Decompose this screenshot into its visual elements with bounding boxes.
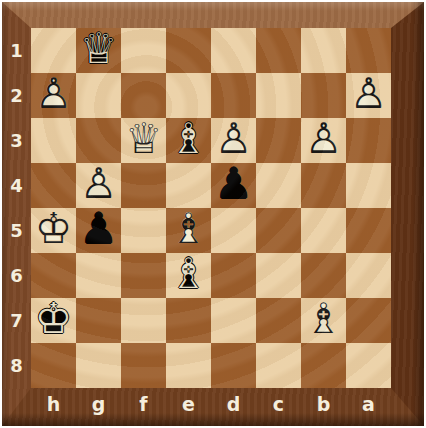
square-h1[interactable] xyxy=(31,28,76,73)
piece-white-bishop-e5[interactable]: ♝♗ xyxy=(166,208,211,253)
file-label-a: a xyxy=(346,391,391,417)
piece-glyph-solid: ♝ xyxy=(170,253,208,295)
piece-white-bishop-b7[interactable]: ♝♗ xyxy=(301,298,346,343)
square-c4[interactable] xyxy=(256,163,301,208)
piece-white-pawn-h2[interactable]: ♟♙ xyxy=(31,73,76,118)
square-g8[interactable] xyxy=(76,343,121,388)
piece-white-queen-f3[interactable]: ♛♕ xyxy=(121,118,166,163)
square-e7[interactable] xyxy=(166,298,211,343)
rank-label-5: 5 xyxy=(2,208,31,253)
piece-glyph-outline: ♗ xyxy=(170,208,208,250)
rank-label-2: 2 xyxy=(2,73,31,118)
piece-glyph-outline: ♔ xyxy=(35,298,73,340)
square-a1[interactable] xyxy=(346,28,391,73)
square-b8[interactable] xyxy=(301,343,346,388)
file-label-g: g xyxy=(76,391,121,417)
piece-black-pawn-g5[interactable]: ♟ xyxy=(76,208,121,253)
square-d6[interactable] xyxy=(211,253,256,298)
piece-glyph-outline: ♗ xyxy=(170,118,208,160)
square-b1[interactable] xyxy=(301,28,346,73)
square-f8[interactable] xyxy=(121,343,166,388)
board-frame-area: ♛♕♟♙♟♙♛♕♝♗♟♙♟♙♟♙♟♚♔♟♝♗♝♗♚♔♝♗ 12345678 hg… xyxy=(2,2,424,426)
piece-glyph-outline: ♔ xyxy=(35,208,73,250)
rank-label-7: 7 xyxy=(2,298,31,343)
square-h8[interactable] xyxy=(31,343,76,388)
piece-glyph-solid: ♟ xyxy=(80,208,118,250)
piece-glyph-outline: ♙ xyxy=(350,73,388,115)
piece-black-pawn-d4[interactable]: ♟ xyxy=(211,163,256,208)
piece-glyph-outline: ♙ xyxy=(35,73,73,115)
square-d1[interactable] xyxy=(211,28,256,73)
square-h5[interactable]: ♚♔ xyxy=(31,208,76,253)
square-c7[interactable] xyxy=(256,298,301,343)
square-d7[interactable] xyxy=(211,298,256,343)
square-b4[interactable] xyxy=(301,163,346,208)
square-a5[interactable] xyxy=(346,208,391,253)
square-e4[interactable] xyxy=(166,163,211,208)
square-g1[interactable]: ♛♕ xyxy=(76,28,121,73)
piece-white-pawn-g4[interactable]: ♟♙ xyxy=(76,163,121,208)
square-g3[interactable] xyxy=(76,118,121,163)
square-b7[interactable]: ♝♗ xyxy=(301,298,346,343)
piece-glyph-solid: ♛ xyxy=(125,118,163,160)
piece-glyph-solid: ♟ xyxy=(305,118,343,160)
square-c1[interactable] xyxy=(256,28,301,73)
square-a8[interactable] xyxy=(346,343,391,388)
square-a7[interactable] xyxy=(346,298,391,343)
board: ♛♕♟♙♟♙♛♕♝♗♟♙♟♙♟♙♟♚♔♟♝♗♝♗♚♔♝♗ xyxy=(31,28,391,388)
square-g6[interactable] xyxy=(76,253,121,298)
piece-glyph-outline: ♗ xyxy=(305,298,343,340)
piece-glyph-solid: ♚ xyxy=(35,208,73,250)
file-label-c: c xyxy=(256,391,301,417)
square-a6[interactable] xyxy=(346,253,391,298)
rank-label-6: 6 xyxy=(2,253,31,298)
piece-white-pawn-b3[interactable]: ♟♙ xyxy=(301,118,346,163)
rank-label-4: 4 xyxy=(2,163,31,208)
square-c8[interactable] xyxy=(256,343,301,388)
piece-glyph-solid: ♟ xyxy=(215,118,253,160)
square-a3[interactable] xyxy=(346,118,391,163)
piece-black-king-h7[interactable]: ♚♔ xyxy=(31,298,76,343)
square-f7[interactable] xyxy=(121,298,166,343)
piece-glyph-outline: ♗ xyxy=(170,253,208,295)
piece-black-bishop-e3[interactable]: ♝♗ xyxy=(166,118,211,163)
square-e2[interactable] xyxy=(166,73,211,118)
piece-glyph-solid: ♟ xyxy=(80,163,118,205)
square-c6[interactable] xyxy=(256,253,301,298)
square-h6[interactable] xyxy=(31,253,76,298)
piece-white-pawn-d3[interactable]: ♟♙ xyxy=(211,118,256,163)
square-d5[interactable] xyxy=(211,208,256,253)
square-h7[interactable]: ♚♔ xyxy=(31,298,76,343)
square-b6[interactable] xyxy=(301,253,346,298)
square-b5[interactable] xyxy=(301,208,346,253)
square-c5[interactable] xyxy=(256,208,301,253)
square-h4[interactable] xyxy=(31,163,76,208)
piece-glyph-solid: ♛ xyxy=(80,28,118,70)
square-h3[interactable] xyxy=(31,118,76,163)
piece-glyph-solid: ♟ xyxy=(350,73,388,115)
file-label-d: d xyxy=(211,391,256,417)
file-label-h: h xyxy=(31,391,76,417)
square-d3[interactable]: ♟♙ xyxy=(211,118,256,163)
piece-glyph-outline: ♙ xyxy=(80,163,118,205)
square-e3[interactable]: ♝♗ xyxy=(166,118,211,163)
file-label-f: f xyxy=(121,391,166,417)
file-label-b: b xyxy=(301,391,346,417)
square-f1[interactable] xyxy=(121,28,166,73)
chess-board-widget: ♛♕♟♙♟♙♛♕♝♗♟♙♟♙♟♙♟♚♔♟♝♗♝♗♚♔♝♗ 12345678 hg… xyxy=(0,0,426,428)
rank-label-8: 8 xyxy=(2,343,31,388)
square-a2[interactable]: ♟♙ xyxy=(346,73,391,118)
square-g2[interactable] xyxy=(76,73,121,118)
file-label-e: e xyxy=(166,391,211,417)
piece-glyph-outline: ♕ xyxy=(125,118,163,160)
piece-glyph-solid: ♟ xyxy=(35,73,73,115)
square-e1[interactable] xyxy=(166,28,211,73)
piece-glyph-solid: ♝ xyxy=(305,298,343,340)
square-a4[interactable] xyxy=(346,163,391,208)
piece-glyph-solid: ♚ xyxy=(35,298,73,340)
square-c2[interactable] xyxy=(256,73,301,118)
square-d2[interactable] xyxy=(211,73,256,118)
piece-white-pawn-a2[interactable]: ♟♙ xyxy=(346,73,391,118)
square-f5[interactable] xyxy=(121,208,166,253)
piece-glyph-solid: ♝ xyxy=(170,118,208,160)
piece-glyph-outline: ♕ xyxy=(80,28,118,70)
piece-glyph-outline: ♙ xyxy=(215,118,253,160)
square-e8[interactable] xyxy=(166,343,211,388)
square-g4[interactable]: ♟♙ xyxy=(76,163,121,208)
rank-label-3: 3 xyxy=(2,118,31,163)
piece-glyph-solid: ♟ xyxy=(215,163,253,205)
square-g5[interactable]: ♟ xyxy=(76,208,121,253)
piece-white-king-h5[interactable]: ♚♔ xyxy=(31,208,76,253)
piece-glyph-solid: ♝ xyxy=(170,208,208,250)
square-f2[interactable] xyxy=(121,73,166,118)
square-c3[interactable] xyxy=(256,118,301,163)
square-b2[interactable] xyxy=(301,73,346,118)
square-e6[interactable]: ♝♗ xyxy=(166,253,211,298)
square-e5[interactable]: ♝♗ xyxy=(166,208,211,253)
square-b3[interactable]: ♟♙ xyxy=(301,118,346,163)
square-g7[interactable] xyxy=(76,298,121,343)
square-d8[interactable] xyxy=(211,343,256,388)
square-h2[interactable]: ♟♙ xyxy=(31,73,76,118)
square-f3[interactable]: ♛♕ xyxy=(121,118,166,163)
rank-label-1: 1 xyxy=(2,28,31,73)
piece-glyph-outline: ♙ xyxy=(305,118,343,160)
piece-black-bishop-e6[interactable]: ♝♗ xyxy=(166,253,211,298)
square-f6[interactable] xyxy=(121,253,166,298)
square-d4[interactable]: ♟ xyxy=(211,163,256,208)
square-f4[interactable] xyxy=(121,163,166,208)
piece-black-queen-g1[interactable]: ♛♕ xyxy=(76,28,121,73)
